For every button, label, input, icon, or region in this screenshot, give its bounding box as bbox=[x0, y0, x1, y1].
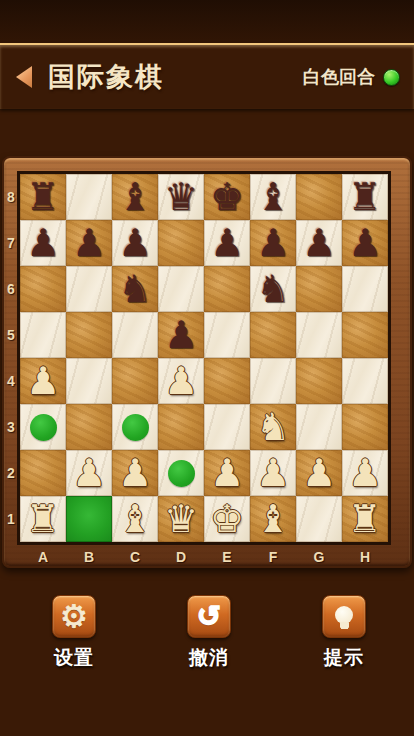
square-b4[interactable] bbox=[66, 358, 112, 404]
file-label-B: B bbox=[66, 547, 112, 567]
square-c7[interactable]: ♟ bbox=[112, 220, 158, 266]
square-a3[interactable] bbox=[20, 404, 66, 450]
white-bishop[interactable]: ♝ bbox=[118, 496, 152, 542]
square-f5[interactable] bbox=[250, 312, 296, 358]
black-pawn[interactable]: ♟ bbox=[348, 220, 382, 266]
square-b6[interactable] bbox=[66, 266, 112, 312]
header-bar: 国际象棋 白色回合 bbox=[0, 43, 414, 109]
white-pawn[interactable]: ♟ bbox=[164, 358, 198, 404]
white-pawn[interactable]: ♟ bbox=[26, 358, 60, 404]
square-a1[interactable]: ♜ bbox=[20, 496, 66, 542]
square-h1[interactable]: ♜ bbox=[342, 496, 388, 542]
square-e3[interactable] bbox=[204, 404, 250, 450]
rank-label-1: 1 bbox=[4, 496, 18, 542]
square-g8[interactable] bbox=[296, 174, 342, 220]
status-bar-area bbox=[0, 0, 414, 43]
square-e6[interactable] bbox=[204, 266, 250, 312]
square-g3[interactable] bbox=[296, 404, 342, 450]
square-f3[interactable]: ♞ bbox=[250, 404, 296, 450]
back-button[interactable] bbox=[16, 65, 34, 89]
white-pawn[interactable]: ♟ bbox=[302, 450, 336, 496]
turn-indicator: 白色回合 bbox=[303, 65, 400, 89]
file-label-D: D bbox=[158, 547, 204, 567]
square-g7[interactable]: ♟ bbox=[296, 220, 342, 266]
square-d5[interactable]: ♟ bbox=[158, 312, 204, 358]
black-knight[interactable]: ♞ bbox=[118, 266, 152, 312]
square-a4[interactable]: ♟ bbox=[20, 358, 66, 404]
square-h4[interactable] bbox=[342, 358, 388, 404]
square-e4[interactable] bbox=[204, 358, 250, 404]
black-rook[interactable]: ♜ bbox=[26, 174, 60, 220]
square-a2[interactable] bbox=[20, 450, 66, 496]
square-d7[interactable] bbox=[158, 220, 204, 266]
square-a8[interactable]: ♜ bbox=[20, 174, 66, 220]
square-h8[interactable]: ♜ bbox=[342, 174, 388, 220]
square-f6[interactable]: ♞ bbox=[250, 266, 296, 312]
black-pawn[interactable]: ♟ bbox=[210, 220, 244, 266]
square-c5[interactable] bbox=[112, 312, 158, 358]
square-d3[interactable] bbox=[158, 404, 204, 450]
black-bishop[interactable]: ♝ bbox=[118, 174, 152, 220]
square-a5[interactable] bbox=[20, 312, 66, 358]
undo-icon[interactable]: ↺ bbox=[187, 595, 231, 638]
hint-button[interactable]: 提示 bbox=[302, 595, 386, 671]
square-e2[interactable]: ♟ bbox=[204, 450, 250, 496]
square-f1[interactable]: ♝ bbox=[250, 496, 296, 542]
move-hint-dot[interactable] bbox=[122, 414, 149, 441]
square-b3[interactable] bbox=[66, 404, 112, 450]
white-king[interactable]: ♚ bbox=[210, 496, 244, 542]
square-h3[interactable] bbox=[342, 404, 388, 450]
square-d2[interactable] bbox=[158, 450, 204, 496]
board-border: ♜♝♛♚♝♜♟♟♟♟♟♟♟♞♞♟♟♟♞♟♟♟♟♟♟♜♝♛♚♝♜ bbox=[17, 171, 391, 545]
rank-label-3: 3 bbox=[4, 404, 18, 450]
rank-label-7: 7 bbox=[4, 220, 18, 266]
square-h6[interactable] bbox=[342, 266, 388, 312]
square-b8[interactable] bbox=[66, 174, 112, 220]
square-g5[interactable] bbox=[296, 312, 342, 358]
square-e7[interactable]: ♟ bbox=[204, 220, 250, 266]
square-f2[interactable]: ♟ bbox=[250, 450, 296, 496]
file-label-C: C bbox=[112, 547, 158, 567]
square-h7[interactable]: ♟ bbox=[342, 220, 388, 266]
black-pawn[interactable]: ♟ bbox=[118, 220, 152, 266]
square-b5[interactable] bbox=[66, 312, 112, 358]
back-arrow-icon bbox=[16, 66, 32, 88]
white-pawn[interactable]: ♟ bbox=[72, 450, 106, 496]
white-queen[interactable]: ♛ bbox=[164, 496, 198, 542]
board-frame: 87654321 ABCDEFGH ♜♝♛♚♝♜♟♟♟♟♟♟♟♞♞♟♟♟♞♟♟♟… bbox=[2, 156, 412, 568]
chess-board: ♜♝♛♚♝♜♟♟♟♟♟♟♟♞♞♟♟♟♞♟♟♟♟♟♟♜♝♛♚♝♜ bbox=[20, 174, 388, 542]
black-pawn[interactable]: ♟ bbox=[72, 220, 106, 266]
square-f8[interactable]: ♝ bbox=[250, 174, 296, 220]
square-e5[interactable] bbox=[204, 312, 250, 358]
move-hint-dot[interactable] bbox=[168, 460, 195, 487]
white-knight[interactable]: ♞ bbox=[256, 404, 290, 450]
square-c3[interactable] bbox=[112, 404, 158, 450]
black-pawn[interactable]: ♟ bbox=[164, 312, 198, 358]
square-b2[interactable]: ♟ bbox=[66, 450, 112, 496]
black-king[interactable]: ♚ bbox=[210, 174, 244, 220]
file-label-A: A bbox=[20, 547, 66, 567]
turn-led-icon bbox=[383, 69, 400, 86]
square-b1[interactable] bbox=[66, 496, 112, 542]
black-pawn[interactable]: ♟ bbox=[302, 220, 336, 266]
square-c1[interactable]: ♝ bbox=[112, 496, 158, 542]
white-pawn[interactable]: ♟ bbox=[210, 450, 244, 496]
square-g1[interactable] bbox=[296, 496, 342, 542]
app-screen: 国际象棋 白色回合 87654321 ABCDEFGH ♜♝♛♚♝♜♟♟♟♟♟♟… bbox=[0, 0, 414, 736]
black-rook[interactable]: ♜ bbox=[348, 174, 382, 220]
rank-label-2: 2 bbox=[4, 450, 18, 496]
white-bishop[interactable]: ♝ bbox=[256, 496, 290, 542]
black-bishop[interactable]: ♝ bbox=[256, 174, 290, 220]
square-h5[interactable] bbox=[342, 312, 388, 358]
white-pawn[interactable]: ♟ bbox=[348, 450, 382, 496]
settings-label: 设置 bbox=[54, 645, 94, 671]
square-c6[interactable]: ♞ bbox=[112, 266, 158, 312]
square-d4[interactable]: ♟ bbox=[158, 358, 204, 404]
square-h2[interactable]: ♟ bbox=[342, 450, 388, 496]
square-e1[interactable]: ♚ bbox=[204, 496, 250, 542]
gear-icon[interactable]: ⚙ bbox=[52, 595, 96, 638]
square-e8[interactable]: ♚ bbox=[204, 174, 250, 220]
file-label-F: F bbox=[250, 547, 296, 567]
page-title: 国际象棋 bbox=[48, 59, 164, 95]
square-c4[interactable] bbox=[112, 358, 158, 404]
square-d8[interactable]: ♛ bbox=[158, 174, 204, 220]
file-label-H: H bbox=[342, 547, 388, 567]
white-pawn[interactable]: ♟ bbox=[256, 450, 290, 496]
square-c8[interactable]: ♝ bbox=[112, 174, 158, 220]
toolbar: ⚙ 设置 ↺ 撤消 提示 bbox=[0, 595, 414, 671]
undo-label: 撤消 bbox=[189, 645, 229, 671]
square-f4[interactable] bbox=[250, 358, 296, 404]
white-rook[interactable]: ♜ bbox=[26, 496, 60, 542]
black-queen[interactable]: ♛ bbox=[164, 174, 198, 220]
rank-label-5: 5 bbox=[4, 312, 18, 358]
black-pawn[interactable]: ♟ bbox=[26, 220, 60, 266]
square-d1[interactable]: ♛ bbox=[158, 496, 204, 542]
black-pawn[interactable]: ♟ bbox=[256, 220, 290, 266]
square-c2[interactable]: ♟ bbox=[112, 450, 158, 496]
square-b7[interactable]: ♟ bbox=[66, 220, 112, 266]
file-label-G: G bbox=[296, 547, 342, 567]
rank-label-8: 8 bbox=[4, 174, 18, 220]
lightbulb-icon[interactable] bbox=[322, 595, 366, 638]
white-rook[interactable]: ♜ bbox=[348, 496, 382, 542]
square-g6[interactable] bbox=[296, 266, 342, 312]
square-d6[interactable] bbox=[158, 266, 204, 312]
settings-button[interactable]: ⚙ 设置 bbox=[32, 595, 116, 671]
square-g4[interactable] bbox=[296, 358, 342, 404]
rank-label-6: 6 bbox=[4, 266, 18, 312]
square-a6[interactable] bbox=[20, 266, 66, 312]
black-knight[interactable]: ♞ bbox=[256, 266, 290, 312]
white-pawn[interactable]: ♟ bbox=[118, 450, 152, 496]
square-g2[interactable]: ♟ bbox=[296, 450, 342, 496]
move-hint-dot[interactable] bbox=[30, 414, 57, 441]
file-label-E: E bbox=[204, 547, 250, 567]
undo-button[interactable]: ↺ 撤消 bbox=[167, 595, 251, 671]
square-f7[interactable]: ♟ bbox=[250, 220, 296, 266]
square-a7[interactable]: ♟ bbox=[20, 220, 66, 266]
hint-label: 提示 bbox=[324, 645, 364, 671]
turn-label: 白色回合 bbox=[303, 65, 375, 89]
rank-label-4: 4 bbox=[4, 358, 18, 404]
